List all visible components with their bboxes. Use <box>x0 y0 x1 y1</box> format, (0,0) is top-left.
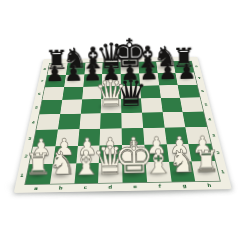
piece-black-pawn-h7[interactable]: ♟ <box>177 61 196 83</box>
piece-black-pawn-a7[interactable]: ♟ <box>45 63 64 85</box>
piece-white-queen-d5[interactable]: ♛ <box>94 75 127 112</box>
piece-white-rook-h1[interactable]: ♜ <box>193 148 220 178</box>
board-area: aabbccddeeffgghh1122334455667788 ♜♞♝♛♚♝♞… <box>0 0 240 240</box>
piece-black-pawn-g7[interactable]: ♟ <box>158 61 177 83</box>
scene: aabbccddeeffgghh1122334455667788 ♜♞♝♛♚♝♞… <box>0 0 240 240</box>
piece-black-pawn-b7[interactable]: ♟ <box>64 63 83 85</box>
pieces-layer: ♜♞♝♛♚♝♞♜♟♟♟♟♟♟♟♟♛♛♟♟♟♟♟♟♟♟♜♞♝♛♚♝♞♜ <box>0 0 240 240</box>
